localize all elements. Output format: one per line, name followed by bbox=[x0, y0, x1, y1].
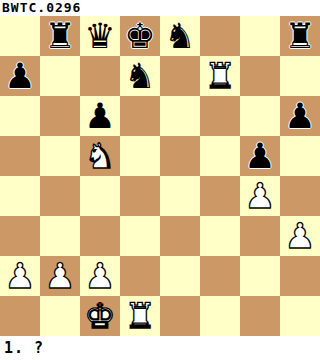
square-d8[interactable]: ♚ bbox=[120, 16, 160, 56]
square-h2[interactable] bbox=[280, 256, 320, 296]
square-b3[interactable] bbox=[40, 216, 80, 256]
square-a4[interactable] bbox=[0, 176, 40, 216]
square-g5[interactable]: ♟ bbox=[240, 136, 280, 176]
square-e2[interactable] bbox=[160, 256, 200, 296]
black-queen[interactable]: ♛ bbox=[84, 16, 115, 56]
move-prompt: 1. ? bbox=[0, 336, 44, 360]
square-g4[interactable]: ♟ bbox=[240, 176, 280, 216]
square-d1[interactable]: ♜ bbox=[120, 296, 160, 336]
black-pawn[interactable]: ♟ bbox=[4, 56, 35, 96]
square-b8[interactable]: ♜ bbox=[40, 16, 80, 56]
square-c6[interactable]: ♟ bbox=[80, 96, 120, 136]
square-a3[interactable] bbox=[0, 216, 40, 256]
black-rook[interactable]: ♜ bbox=[44, 16, 75, 56]
square-f5[interactable] bbox=[200, 136, 240, 176]
puzzle-title: BWTC.0296 bbox=[0, 0, 81, 16]
white-pawn[interactable]: ♟ bbox=[284, 216, 315, 256]
square-h7[interactable] bbox=[280, 56, 320, 96]
square-a6[interactable] bbox=[0, 96, 40, 136]
square-c1[interactable]: ♚ bbox=[80, 296, 120, 336]
square-f6[interactable] bbox=[200, 96, 240, 136]
white-knight[interactable]: ♞ bbox=[84, 136, 115, 176]
black-king[interactable]: ♚ bbox=[124, 16, 155, 56]
white-pawn[interactable]: ♟ bbox=[4, 256, 35, 296]
square-e8[interactable]: ♞ bbox=[160, 16, 200, 56]
square-c5[interactable]: ♞ bbox=[80, 136, 120, 176]
square-e3[interactable] bbox=[160, 216, 200, 256]
black-rook[interactable]: ♜ bbox=[284, 16, 315, 56]
square-g8[interactable] bbox=[240, 16, 280, 56]
square-f1[interactable] bbox=[200, 296, 240, 336]
square-g2[interactable] bbox=[240, 256, 280, 296]
white-king[interactable]: ♚ bbox=[84, 296, 115, 336]
square-a2[interactable]: ♟ bbox=[0, 256, 40, 296]
square-h8[interactable]: ♜ bbox=[280, 16, 320, 56]
square-d4[interactable] bbox=[120, 176, 160, 216]
square-g3[interactable] bbox=[240, 216, 280, 256]
square-e7[interactable] bbox=[160, 56, 200, 96]
square-e1[interactable] bbox=[160, 296, 200, 336]
square-b7[interactable] bbox=[40, 56, 80, 96]
square-d5[interactable] bbox=[120, 136, 160, 176]
black-pawn[interactable]: ♟ bbox=[284, 96, 315, 136]
status-bar: 1. ? bbox=[0, 336, 320, 360]
square-a8[interactable] bbox=[0, 16, 40, 56]
square-c3[interactable] bbox=[80, 216, 120, 256]
square-f8[interactable] bbox=[200, 16, 240, 56]
square-h6[interactable]: ♟ bbox=[280, 96, 320, 136]
square-f2[interactable] bbox=[200, 256, 240, 296]
square-b4[interactable] bbox=[40, 176, 80, 216]
square-a7[interactable]: ♟ bbox=[0, 56, 40, 96]
square-b6[interactable] bbox=[40, 96, 80, 136]
white-rook[interactable]: ♜ bbox=[204, 56, 235, 96]
square-a1[interactable] bbox=[0, 296, 40, 336]
square-h3[interactable]: ♟ bbox=[280, 216, 320, 256]
square-f3[interactable] bbox=[200, 216, 240, 256]
white-rook[interactable]: ♜ bbox=[124, 296, 155, 336]
square-g7[interactable] bbox=[240, 56, 280, 96]
square-d3[interactable] bbox=[120, 216, 160, 256]
square-g1[interactable] bbox=[240, 296, 280, 336]
chess-board: ♜♛♚♞♜♟♞♜♟♟♞♟♟♟♟♟♟♚♜ bbox=[0, 16, 320, 336]
square-b1[interactable] bbox=[40, 296, 80, 336]
square-e5[interactable] bbox=[160, 136, 200, 176]
square-d6[interactable] bbox=[120, 96, 160, 136]
square-f4[interactable] bbox=[200, 176, 240, 216]
square-c4[interactable] bbox=[80, 176, 120, 216]
square-e4[interactable] bbox=[160, 176, 200, 216]
square-h4[interactable] bbox=[280, 176, 320, 216]
square-g6[interactable] bbox=[240, 96, 280, 136]
black-pawn[interactable]: ♟ bbox=[244, 136, 275, 176]
square-d2[interactable] bbox=[120, 256, 160, 296]
title-bar: BWTC.0296 bbox=[0, 0, 320, 16]
square-h5[interactable] bbox=[280, 136, 320, 176]
square-b5[interactable] bbox=[40, 136, 80, 176]
square-c7[interactable] bbox=[80, 56, 120, 96]
square-b2[interactable]: ♟ bbox=[40, 256, 80, 296]
white-pawn[interactable]: ♟ bbox=[84, 256, 115, 296]
black-knight[interactable]: ♞ bbox=[164, 16, 195, 56]
square-h1[interactable] bbox=[280, 296, 320, 336]
square-a5[interactable] bbox=[0, 136, 40, 176]
square-e6[interactable] bbox=[160, 96, 200, 136]
black-knight[interactable]: ♞ bbox=[124, 56, 155, 96]
black-pawn[interactable]: ♟ bbox=[84, 96, 115, 136]
square-c2[interactable]: ♟ bbox=[80, 256, 120, 296]
square-d7[interactable]: ♞ bbox=[120, 56, 160, 96]
white-pawn[interactable]: ♟ bbox=[244, 176, 275, 216]
white-pawn[interactable]: ♟ bbox=[44, 256, 75, 296]
square-c8[interactable]: ♛ bbox=[80, 16, 120, 56]
square-f7[interactable]: ♜ bbox=[200, 56, 240, 96]
